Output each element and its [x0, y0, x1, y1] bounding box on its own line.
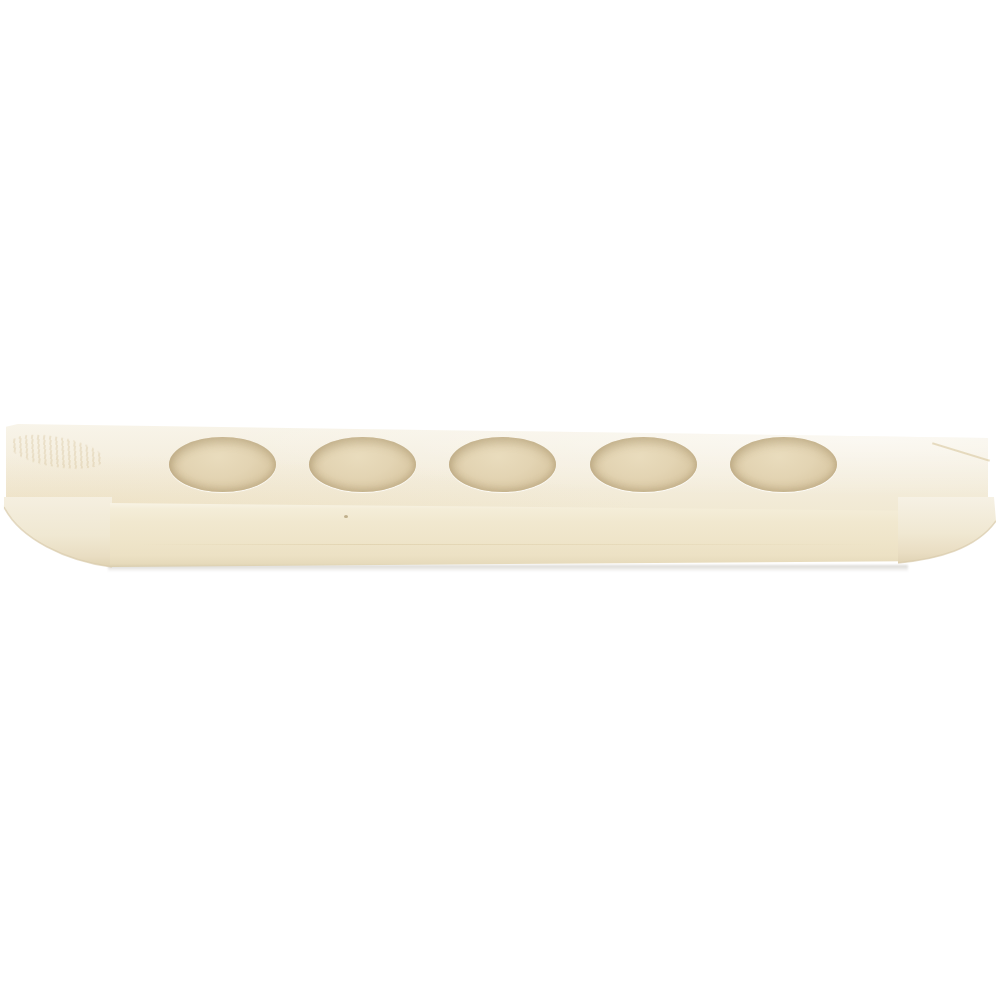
wood-knot-speck — [344, 515, 348, 518]
front-face-grain-line — [140, 544, 880, 545]
pits-grid — [152, 436, 854, 493]
left-handle-cove — [4, 497, 112, 569]
pit-1[interactable] — [169, 437, 276, 492]
pit-4[interactable] — [590, 437, 697, 492]
pit-2[interactable] — [309, 437, 416, 492]
mancala-board — [0, 0, 1000, 1000]
pit-5[interactable] — [730, 437, 837, 492]
pit-3[interactable] — [449, 437, 556, 492]
product-photo-stage — [0, 0, 1000, 1000]
right-handle-cove — [898, 497, 996, 567]
board-front-face — [110, 503, 905, 567]
